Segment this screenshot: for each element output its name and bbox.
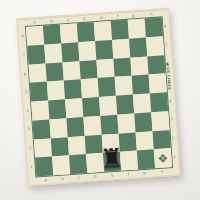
coordinate-label: 5 bbox=[25, 90, 28, 94]
square-f5[interactable] bbox=[115, 76, 133, 96]
square-a7[interactable] bbox=[27, 44, 45, 64]
square-b6[interactable] bbox=[46, 62, 64, 82]
square-d4[interactable] bbox=[82, 97, 100, 117]
coordinate-label: f bbox=[117, 15, 119, 19]
square-f8[interactable] bbox=[111, 20, 129, 40]
square-g3[interactable] bbox=[134, 112, 152, 132]
square-c8[interactable] bbox=[60, 23, 78, 43]
square-h7[interactable] bbox=[146, 36, 164, 56]
square-g6[interactable] bbox=[130, 56, 148, 76]
square-a2[interactable] bbox=[34, 138, 52, 158]
brand-text: US CHESS bbox=[166, 67, 171, 90]
square-a5[interactable] bbox=[30, 82, 48, 102]
coordinate-label: 7 bbox=[23, 53, 26, 57]
coordinate-label: c bbox=[67, 18, 69, 22]
coordinate-label: 2 bbox=[29, 146, 32, 150]
square-b2[interactable] bbox=[51, 137, 69, 157]
coordinate-label: 8 bbox=[164, 25, 167, 29]
square-g4[interactable] bbox=[133, 93, 151, 113]
square-c6[interactable] bbox=[62, 61, 80, 81]
coordinate-label: g bbox=[143, 171, 146, 175]
square-f3[interactable] bbox=[117, 113, 135, 133]
square-d5[interactable] bbox=[81, 78, 99, 98]
coordinate-label: b bbox=[61, 177, 64, 181]
square-c2[interactable] bbox=[68, 136, 86, 156]
coordinate-label: c bbox=[78, 176, 80, 180]
square-b8[interactable] bbox=[43, 25, 61, 45]
coordinate-label: d bbox=[83, 17, 86, 21]
coordinate-label: d bbox=[94, 174, 97, 178]
square-g5[interactable] bbox=[132, 75, 150, 95]
coordinate-label: a bbox=[44, 178, 47, 182]
square-h1[interactable]: ❖ bbox=[154, 148, 172, 168]
square-b3[interactable] bbox=[49, 118, 67, 138]
coordinate-label: 8 bbox=[21, 35, 24, 39]
square-h4[interactable] bbox=[150, 92, 168, 112]
coordinate-label: g bbox=[132, 13, 135, 17]
square-g2[interactable] bbox=[136, 131, 154, 151]
square-e8[interactable] bbox=[94, 21, 112, 41]
coordinate-label: 3 bbox=[28, 127, 31, 131]
square-d3[interactable] bbox=[83, 116, 101, 136]
square-a3[interactable] bbox=[32, 119, 50, 139]
square-a1[interactable] bbox=[35, 157, 53, 177]
chess-mat: abcdefgh abcdefgh 87654321 87654321 ♞ US… bbox=[16, 8, 180, 186]
square-b4[interactable] bbox=[48, 99, 66, 119]
coordinate-label: 4 bbox=[26, 109, 29, 113]
square-e1[interactable]: ♜ bbox=[103, 152, 121, 172]
coordinate-label: 3 bbox=[170, 117, 173, 121]
coordinate-label: b bbox=[50, 19, 53, 23]
square-d7[interactable] bbox=[78, 41, 96, 61]
coordinate-label: 1 bbox=[173, 155, 176, 159]
square-a6[interactable] bbox=[29, 63, 47, 83]
square-b7[interactable] bbox=[44, 43, 62, 63]
square-h8[interactable] bbox=[145, 17, 163, 37]
square-c7[interactable] bbox=[61, 42, 79, 62]
square-e6[interactable] bbox=[96, 58, 114, 78]
corner-emblem-icon: ❖ bbox=[154, 148, 172, 168]
square-a8[interactable] bbox=[26, 26, 44, 46]
square-f4[interactable] bbox=[116, 95, 134, 115]
square-e4[interactable] bbox=[99, 96, 117, 116]
square-h6[interactable] bbox=[147, 55, 165, 75]
square-c3[interactable] bbox=[66, 117, 84, 137]
black-rook[interactable]: ♜ bbox=[99, 144, 124, 172]
square-e3[interactable] bbox=[100, 114, 118, 134]
coordinate-label: f bbox=[128, 172, 130, 176]
coordinate-label: a bbox=[33, 20, 36, 24]
square-d8[interactable] bbox=[77, 22, 95, 42]
coordinate-label: 2 bbox=[172, 136, 175, 140]
coordinate-label: 6 bbox=[24, 72, 27, 76]
square-c5[interactable] bbox=[64, 79, 82, 99]
square-f7[interactable] bbox=[112, 38, 130, 58]
brand-knight-icon: ♞ bbox=[166, 62, 171, 67]
coordinate-label: e bbox=[111, 173, 114, 177]
square-b5[interactable] bbox=[47, 81, 65, 101]
square-c1[interactable] bbox=[69, 154, 87, 174]
square-e7[interactable] bbox=[95, 40, 113, 60]
square-c4[interactable] bbox=[65, 98, 83, 118]
square-g8[interactable] bbox=[128, 19, 146, 39]
coordinate-label: 7 bbox=[165, 43, 168, 47]
square-a4[interactable] bbox=[31, 101, 49, 121]
square-h2[interactable] bbox=[152, 130, 170, 150]
square-e5[interactable] bbox=[98, 77, 116, 97]
square-d6[interactable] bbox=[79, 60, 97, 80]
square-f6[interactable] bbox=[113, 57, 131, 77]
square-g1[interactable] bbox=[137, 150, 155, 170]
square-h3[interactable] bbox=[151, 111, 169, 131]
chess-board: ♜❖ bbox=[26, 17, 172, 176]
square-h5[interactable] bbox=[149, 74, 167, 94]
coordinate-label: h bbox=[149, 12, 152, 16]
coordinate-label: e bbox=[100, 16, 103, 20]
square-g7[interactable] bbox=[129, 37, 147, 57]
coordinate-label: h bbox=[160, 170, 163, 174]
square-b1[interactable] bbox=[52, 155, 70, 175]
coordinate-label: 1 bbox=[30, 165, 33, 169]
